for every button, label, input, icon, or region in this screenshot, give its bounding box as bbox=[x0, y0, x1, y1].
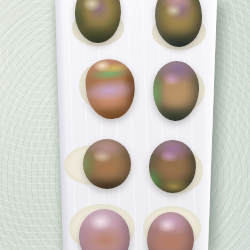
pearl-row2-left bbox=[83, 57, 138, 122]
pearl-photo bbox=[0, 0, 250, 250]
pearl-layer bbox=[0, 0, 250, 250]
pearl-row2-right bbox=[151, 60, 200, 122]
pearl-row3-left bbox=[83, 139, 131, 189]
